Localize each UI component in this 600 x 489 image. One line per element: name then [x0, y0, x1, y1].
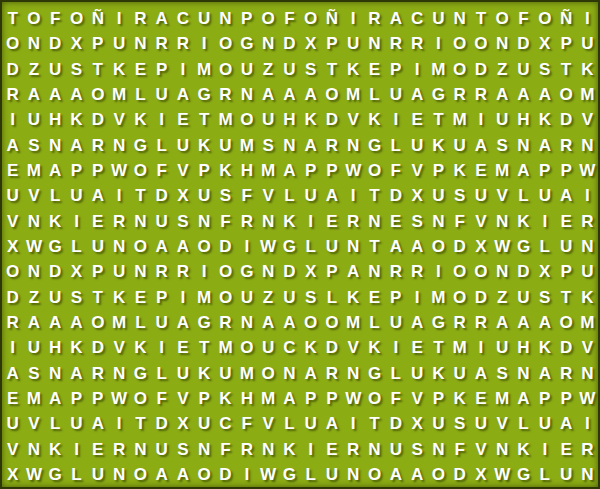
grid-cell[interactable]: R	[321, 360, 342, 385]
grid-cell[interactable]: K	[343, 57, 364, 82]
grid-cell[interactable]: H	[45, 107, 66, 132]
grid-cell[interactable]: U	[385, 436, 406, 461]
grid-cell[interactable]: G	[428, 82, 449, 107]
grid-cell[interactable]: T	[194, 335, 215, 360]
grid-cell[interactable]: O	[2, 31, 23, 56]
grid-cell[interactable]: U	[2, 411, 23, 436]
grid-cell[interactable]: G	[428, 310, 449, 335]
grid-cell[interactable]: G	[45, 234, 66, 259]
grid-cell[interactable]: X	[66, 259, 87, 284]
grid-cell[interactable]: A	[513, 386, 534, 411]
grid-cell[interactable]: F	[385, 386, 406, 411]
grid-cell[interactable]: O	[194, 462, 215, 487]
grid-cell[interactable]: P	[194, 158, 215, 183]
grid-cell[interactable]: N	[108, 360, 129, 385]
grid-cell[interactable]: T	[555, 57, 576, 82]
grid-cell[interactable]: L	[385, 360, 406, 385]
grid-cell[interactable]: M	[257, 386, 278, 411]
grid-cell[interactable]: D	[513, 259, 534, 284]
grid-cell[interactable]: R	[321, 133, 342, 158]
grid-cell[interactable]: N	[343, 234, 364, 259]
grid-cell[interactable]: U	[492, 107, 513, 132]
grid-cell[interactable]: A	[172, 310, 193, 335]
grid-cell[interactable]: R	[236, 436, 257, 461]
grid-cell[interactable]: P	[151, 284, 172, 309]
grid-cell[interactable]: V	[577, 335, 598, 360]
grid-cell[interactable]: K	[513, 209, 534, 234]
grid-cell[interactable]: L	[279, 183, 300, 208]
grid-cell[interactable]: W	[108, 386, 129, 411]
grid-cell[interactable]: E	[87, 436, 108, 461]
grid-cell[interactable]: I	[66, 436, 87, 461]
grid-cell[interactable]: V	[406, 158, 427, 183]
grid-cell[interactable]: K	[45, 436, 66, 461]
grid-cell[interactable]: L	[66, 234, 87, 259]
grid-cell[interactable]: D	[470, 57, 491, 82]
grid-cell[interactable]: R	[555, 133, 576, 158]
grid-cell[interactable]: U	[534, 411, 555, 436]
grid-cell[interactable]: S	[172, 436, 193, 461]
grid-cell[interactable]: N	[130, 31, 151, 56]
grid-cell[interactable]: O	[534, 6, 555, 31]
grid-cell[interactable]: E	[321, 436, 342, 461]
grid-cell[interactable]: L	[300, 462, 321, 487]
grid-cell[interactable]: E	[555, 209, 576, 234]
grid-cell[interactable]: L	[279, 411, 300, 436]
grid-cell[interactable]: L	[45, 411, 66, 436]
grid-cell[interactable]: W	[577, 158, 598, 183]
grid-cell[interactable]: T	[130, 411, 151, 436]
grid-cell[interactable]: M	[236, 133, 257, 158]
grid-cell[interactable]: D	[151, 411, 172, 436]
grid-cell[interactable]: A	[2, 360, 23, 385]
grid-cell[interactable]: R	[470, 310, 491, 335]
grid-cell[interactable]: N	[364, 259, 385, 284]
grid-cell[interactable]: L	[321, 284, 342, 309]
grid-cell[interactable]: A	[385, 6, 406, 31]
grid-cell[interactable]: N	[279, 360, 300, 385]
grid-cell[interactable]: N	[513, 133, 534, 158]
grid-cell[interactable]: F	[45, 6, 66, 31]
grid-cell[interactable]: C	[172, 6, 193, 31]
grid-cell[interactable]: P	[555, 259, 576, 284]
grid-cell[interactable]: P	[534, 386, 555, 411]
grid-cell[interactable]: P	[555, 386, 576, 411]
grid-cell[interactable]: N	[194, 436, 215, 461]
grid-cell[interactable]: O	[555, 82, 576, 107]
grid-cell[interactable]: U	[66, 183, 87, 208]
grid-cell[interactable]: O	[2, 259, 23, 284]
grid-cell[interactable]: O	[449, 31, 470, 56]
grid-cell[interactable]: A	[555, 411, 576, 436]
grid-cell[interactable]: N	[23, 436, 44, 461]
grid-cell[interactable]: M	[23, 386, 44, 411]
grid-cell[interactable]: E	[470, 158, 491, 183]
grid-cell[interactable]: U	[492, 335, 513, 360]
grid-cell[interactable]: G	[513, 462, 534, 487]
grid-cell[interactable]: O	[449, 284, 470, 309]
grid-cell[interactable]: S	[23, 360, 44, 385]
grid-cell[interactable]: R	[364, 6, 385, 31]
grid-cell[interactable]: U	[343, 31, 364, 56]
grid-cell[interactable]: A	[45, 386, 66, 411]
grid-cell[interactable]: P	[321, 158, 342, 183]
grid-cell[interactable]: R	[343, 209, 364, 234]
grid-cell[interactable]: H	[279, 107, 300, 132]
grid-cell[interactable]: U	[87, 234, 108, 259]
grid-cell[interactable]: U	[151, 310, 172, 335]
grid-cell[interactable]: R	[87, 360, 108, 385]
grid-cell[interactable]: N	[108, 133, 129, 158]
grid-cell[interactable]: E	[364, 284, 385, 309]
grid-cell[interactable]: U	[279, 284, 300, 309]
grid-cell[interactable]: S	[172, 209, 193, 234]
grid-cell[interactable]: D	[470, 284, 491, 309]
grid-cell[interactable]: O	[449, 259, 470, 284]
grid-cell[interactable]: I	[385, 107, 406, 132]
grid-cell[interactable]: F	[215, 436, 236, 461]
grid-cell[interactable]: N	[257, 259, 278, 284]
grid-cell[interactable]: F	[151, 386, 172, 411]
grid-cell[interactable]: U	[428, 6, 449, 31]
grid-cell[interactable]: N	[108, 234, 129, 259]
grid-cell[interactable]: E	[130, 57, 151, 82]
grid-cell[interactable]: F	[279, 6, 300, 31]
grid-cell[interactable]: R	[343, 436, 364, 461]
grid-cell[interactable]: P	[321, 386, 342, 411]
grid-cell[interactable]: I	[534, 436, 555, 461]
grid-cell[interactable]: M	[343, 310, 364, 335]
grid-cell[interactable]: D	[2, 57, 23, 82]
grid-cell[interactable]: U	[108, 31, 129, 56]
grid-cell[interactable]: I	[470, 335, 491, 360]
grid-cell[interactable]: Z	[23, 284, 44, 309]
grid-cell[interactable]: W	[108, 158, 129, 183]
grid-cell[interactable]: A	[534, 133, 555, 158]
grid-cell[interactable]: U	[45, 57, 66, 82]
grid-cell[interactable]: A	[172, 234, 193, 259]
grid-cell[interactable]: D	[449, 462, 470, 487]
grid-cell[interactable]: D	[45, 31, 66, 56]
grid-cell[interactable]: U	[279, 57, 300, 82]
grid-cell[interactable]: F	[449, 436, 470, 461]
grid-cell[interactable]: W	[492, 234, 513, 259]
grid-cell[interactable]: V	[470, 209, 491, 234]
grid-cell[interactable]: R	[406, 31, 427, 56]
grid-cell[interactable]: K	[428, 133, 449, 158]
grid-cell[interactable]: G	[236, 259, 257, 284]
grid-cell[interactable]: A	[513, 158, 534, 183]
grid-cell[interactable]: P	[87, 259, 108, 284]
grid-cell[interactable]: R	[215, 310, 236, 335]
grid-cell[interactable]: V	[343, 107, 364, 132]
grid-cell[interactable]: K	[449, 158, 470, 183]
grid-cell[interactable]: H	[236, 386, 257, 411]
grid-cell[interactable]: K	[300, 107, 321, 132]
grid-cell[interactable]: A	[66, 360, 87, 385]
grid-cell[interactable]: S	[300, 284, 321, 309]
grid-cell[interactable]: E	[406, 335, 427, 360]
grid-cell[interactable]: S	[492, 360, 513, 385]
grid-cell[interactable]: N	[130, 259, 151, 284]
grid-cell[interactable]: V	[23, 183, 44, 208]
grid-cell[interactable]: G	[130, 360, 151, 385]
grid-cell[interactable]: P	[66, 386, 87, 411]
grid-cell[interactable]: K	[108, 284, 129, 309]
grid-cell[interactable]: I	[2, 107, 23, 132]
grid-cell[interactable]: R	[108, 436, 129, 461]
grid-cell[interactable]: V	[257, 183, 278, 208]
grid-cell[interactable]: R	[215, 82, 236, 107]
grid-cell[interactable]: N	[23, 209, 44, 234]
grid-cell[interactable]: I	[534, 209, 555, 234]
grid-cell[interactable]: F	[236, 183, 257, 208]
grid-cell[interactable]: E	[321, 209, 342, 234]
grid-cell[interactable]: M	[108, 82, 129, 107]
grid-cell[interactable]: A	[513, 310, 534, 335]
grid-cell[interactable]: K	[108, 57, 129, 82]
grid-cell[interactable]: T	[87, 284, 108, 309]
grid-cell[interactable]: O	[257, 6, 278, 31]
grid-cell[interactable]: L	[130, 310, 151, 335]
grid-cell[interactable]: F	[151, 158, 172, 183]
grid-cell[interactable]: U	[406, 360, 427, 385]
grid-cell[interactable]: I	[428, 31, 449, 56]
grid-cell[interactable]: A	[470, 360, 491, 385]
grid-cell[interactable]: Ñ	[321, 6, 342, 31]
grid-cell[interactable]: N	[513, 360, 534, 385]
grid-cell[interactable]: I	[236, 234, 257, 259]
grid-cell[interactable]: E	[2, 158, 23, 183]
grid-cell[interactable]: P	[87, 158, 108, 183]
grid-cell[interactable]: A	[534, 310, 555, 335]
grid-cell[interactable]: U	[385, 310, 406, 335]
grid-cell[interactable]: F	[236, 411, 257, 436]
grid-cell[interactable]: R	[2, 310, 23, 335]
grid-cell[interactable]: A	[66, 82, 87, 107]
grid-cell[interactable]: L	[364, 82, 385, 107]
grid-cell[interactable]: L	[66, 462, 87, 487]
grid-cell[interactable]: D	[385, 183, 406, 208]
grid-cell[interactable]: A	[470, 133, 491, 158]
grid-cell[interactable]: G	[194, 82, 215, 107]
grid-cell[interactable]: N	[23, 31, 44, 56]
grid-cell[interactable]: W	[343, 158, 364, 183]
grid-cell[interactable]: U	[513, 284, 534, 309]
grid-cell[interactable]: O	[428, 234, 449, 259]
grid-cell[interactable]: D	[279, 259, 300, 284]
grid-cell[interactable]: T	[321, 57, 342, 82]
grid-cell[interactable]: S	[300, 57, 321, 82]
grid-cell[interactable]: D	[279, 31, 300, 56]
grid-cell[interactable]: N	[364, 31, 385, 56]
grid-cell[interactable]: N	[343, 133, 364, 158]
grid-cell[interactable]: U	[2, 183, 23, 208]
grid-cell[interactable]: U	[257, 335, 278, 360]
grid-cell[interactable]: U	[577, 31, 598, 56]
grid-cell[interactable]: A	[279, 158, 300, 183]
grid-cell[interactable]: A	[151, 6, 172, 31]
grid-cell[interactable]: N	[194, 209, 215, 234]
grid-cell[interactable]: K	[343, 284, 364, 309]
grid-cell[interactable]: U	[470, 183, 491, 208]
grid-cell[interactable]: N	[364, 209, 385, 234]
grid-cell[interactable]: G	[130, 133, 151, 158]
grid-cell[interactable]: U	[555, 234, 576, 259]
grid-cell[interactable]: A	[406, 310, 427, 335]
grid-cell[interactable]: K	[428, 360, 449, 385]
grid-cell[interactable]: K	[364, 335, 385, 360]
grid-cell[interactable]: D	[2, 284, 23, 309]
grid-cell[interactable]: N	[45, 133, 66, 158]
grid-cell[interactable]: N	[492, 31, 513, 56]
grid-cell[interactable]: A	[279, 386, 300, 411]
grid-cell[interactable]: I	[470, 107, 491, 132]
grid-cell[interactable]: I	[428, 259, 449, 284]
grid-cell[interactable]: O	[364, 386, 385, 411]
grid-cell[interactable]: U	[45, 284, 66, 309]
grid-cell[interactable]: M	[577, 310, 598, 335]
grid-cell[interactable]: O	[130, 462, 151, 487]
grid-cell[interactable]: P	[555, 158, 576, 183]
grid-cell[interactable]: P	[534, 158, 555, 183]
grid-cell[interactable]: N	[130, 209, 151, 234]
grid-cell[interactable]: A	[23, 310, 44, 335]
grid-cell[interactable]: U	[577, 259, 598, 284]
grid-cell[interactable]: H	[45, 335, 66, 360]
grid-cell[interactable]: D	[151, 183, 172, 208]
grid-cell[interactable]: X	[406, 411, 427, 436]
grid-cell[interactable]: R	[577, 209, 598, 234]
grid-cell[interactable]: O	[215, 31, 236, 56]
grid-cell[interactable]: N	[215, 6, 236, 31]
grid-cell[interactable]: U	[194, 183, 215, 208]
grid-cell[interactable]: N	[236, 310, 257, 335]
grid-cell[interactable]: U	[87, 462, 108, 487]
grid-cell[interactable]: X	[470, 234, 491, 259]
grid-cell[interactable]: U	[470, 411, 491, 436]
grid-cell[interactable]: M	[108, 310, 129, 335]
grid-cell[interactable]: O	[215, 57, 236, 82]
grid-cell[interactable]: I	[172, 284, 193, 309]
grid-cell[interactable]: K	[66, 107, 87, 132]
grid-cell[interactable]: O	[23, 6, 44, 31]
grid-cell[interactable]: N	[108, 462, 129, 487]
grid-cell[interactable]: D	[321, 107, 342, 132]
grid-cell[interactable]: L	[513, 411, 534, 436]
grid-cell[interactable]: S	[215, 183, 236, 208]
grid-cell[interactable]: P	[300, 158, 321, 183]
grid-cell[interactable]: S	[492, 133, 513, 158]
grid-cell[interactable]: R	[151, 31, 172, 56]
grid-cell[interactable]: W	[23, 234, 44, 259]
grid-cell[interactable]: V	[470, 436, 491, 461]
grid-cell[interactable]: A	[406, 462, 427, 487]
grid-cell[interactable]: R	[2, 82, 23, 107]
grid-cell[interactable]: T	[87, 57, 108, 82]
grid-cell[interactable]: T	[428, 335, 449, 360]
grid-cell[interactable]: X	[406, 183, 427, 208]
grid-cell[interactable]: F	[385, 158, 406, 183]
grid-cell[interactable]: E	[87, 209, 108, 234]
grid-cell[interactable]: X	[470, 462, 491, 487]
grid-cell[interactable]: N	[577, 360, 598, 385]
grid-cell[interactable]: I	[300, 436, 321, 461]
grid-cell[interactable]: R	[406, 259, 427, 284]
grid-cell[interactable]: U	[172, 360, 193, 385]
grid-cell[interactable]: M	[215, 107, 236, 132]
grid-cell[interactable]: Ñ	[87, 6, 108, 31]
grid-cell[interactable]: I	[300, 209, 321, 234]
grid-cell[interactable]: N	[577, 133, 598, 158]
grid-cell[interactable]: I	[151, 107, 172, 132]
grid-cell[interactable]: R	[236, 209, 257, 234]
grid-cell[interactable]: M	[428, 284, 449, 309]
grid-cell[interactable]: P	[300, 386, 321, 411]
grid-cell[interactable]: U	[534, 183, 555, 208]
grid-cell[interactable]: S	[66, 284, 87, 309]
grid-cell[interactable]: V	[172, 386, 193, 411]
grid-cell[interactable]: K	[513, 436, 534, 461]
grid-cell[interactable]: Z	[257, 284, 278, 309]
grid-cell[interactable]: E	[385, 209, 406, 234]
grid-cell[interactable]: K	[577, 284, 598, 309]
grid-cell[interactable]: A	[257, 82, 278, 107]
grid-cell[interactable]: U	[300, 183, 321, 208]
grid-cell[interactable]: X	[66, 31, 87, 56]
grid-cell[interactable]: D	[45, 259, 66, 284]
grid-cell[interactable]: K	[300, 335, 321, 360]
grid-cell[interactable]: V	[2, 209, 23, 234]
grid-cell[interactable]: X	[534, 259, 555, 284]
grid-cell[interactable]: K	[534, 107, 555, 132]
grid-cell[interactable]: X	[2, 462, 23, 487]
grid-cell[interactable]: O	[130, 386, 151, 411]
grid-cell[interactable]: M	[449, 107, 470, 132]
grid-cell[interactable]: E	[172, 335, 193, 360]
grid-cell[interactable]: E	[2, 386, 23, 411]
grid-cell[interactable]: I	[406, 57, 427, 82]
grid-cell[interactable]: A	[300, 360, 321, 385]
grid-cell[interactable]: N	[428, 209, 449, 234]
grid-cell[interactable]: T	[364, 183, 385, 208]
grid-cell[interactable]: V	[492, 411, 513, 436]
grid-cell[interactable]: Z	[492, 57, 513, 82]
grid-cell[interactable]: P	[87, 31, 108, 56]
grid-cell[interactable]: C	[215, 411, 236, 436]
grid-cell[interactable]: S	[66, 57, 87, 82]
grid-cell[interactable]: N	[577, 234, 598, 259]
grid-cell[interactable]: P	[151, 57, 172, 82]
grid-cell[interactable]: A	[492, 310, 513, 335]
grid-cell[interactable]: P	[321, 259, 342, 284]
grid-cell[interactable]: E	[172, 107, 193, 132]
grid-cell[interactable]: L	[364, 310, 385, 335]
grid-cell[interactable]: S	[449, 183, 470, 208]
grid-cell[interactable]: Ñ	[555, 6, 576, 31]
grid-cell[interactable]: H	[236, 158, 257, 183]
grid-cell[interactable]: K	[45, 209, 66, 234]
grid-cell[interactable]: I	[151, 335, 172, 360]
grid-cell[interactable]: T	[364, 234, 385, 259]
grid-cell[interactable]: K	[130, 335, 151, 360]
grid-cell[interactable]: U	[215, 133, 236, 158]
grid-cell[interactable]: H	[513, 107, 534, 132]
grid-cell[interactable]: D	[449, 234, 470, 259]
grid-cell[interactable]: U	[257, 107, 278, 132]
grid-cell[interactable]: K	[194, 360, 215, 385]
grid-cell[interactable]: I	[108, 411, 129, 436]
